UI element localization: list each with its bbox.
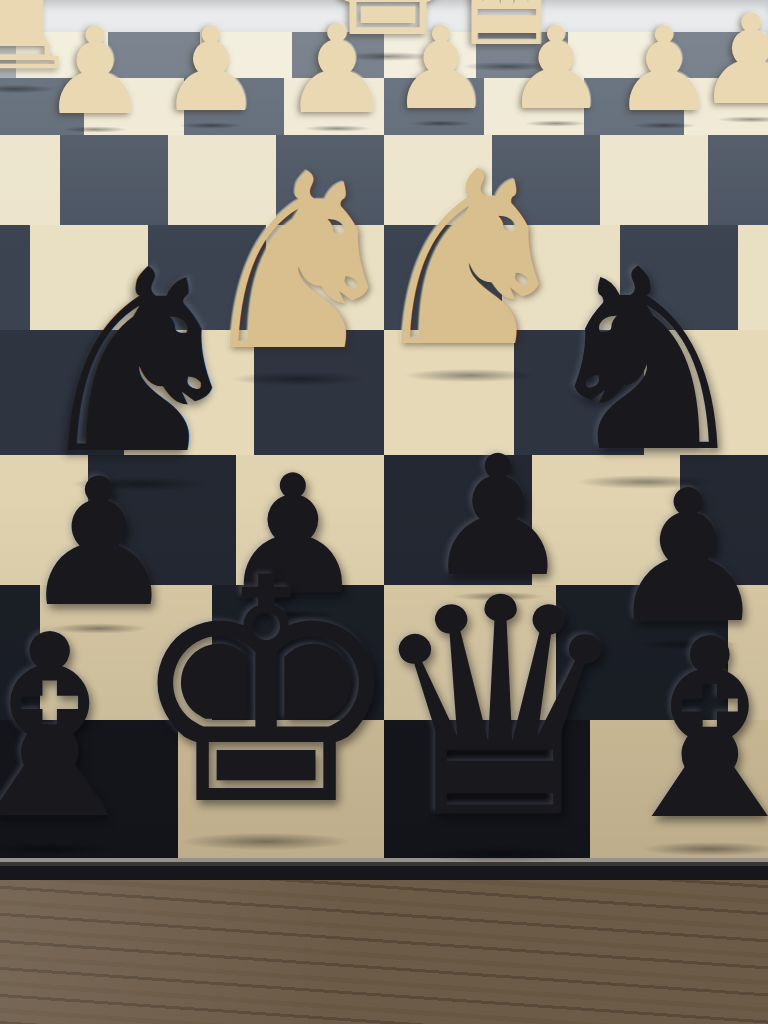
square-h4[interactable]	[0, 225, 30, 330]
white-pawn-a2[interactable]: ♟	[695, 0, 768, 122]
white-pawn-f2[interactable]: ♟	[159, 12, 263, 128]
white-pawn-d2[interactable]: ♟	[390, 12, 492, 126]
white-pawn-c2[interactable]: ♟	[505, 12, 607, 126]
black-queen-d8[interactable]: ♛	[366, 560, 635, 860]
square-a3[interactable]	[708, 135, 768, 225]
black-king-e8[interactable]: ♚	[127, 538, 405, 848]
square-b3[interactable]	[600, 135, 708, 225]
white-pawn-e2[interactable]: ♟	[282, 9, 391, 131]
square-g3[interactable]	[60, 135, 168, 225]
chess-photo-scene: ♜♚♛♟♟♟♟♟♟♟♞♞♞♞♟♟♟♟♝♚♛♝	[0, 0, 768, 1024]
black-bishop-c8[interactable]: ♝	[599, 606, 768, 854]
walnut-table	[0, 880, 768, 1024]
square-h3[interactable]	[0, 135, 60, 225]
white-pawn-g2[interactable]: ♟	[41, 12, 149, 132]
